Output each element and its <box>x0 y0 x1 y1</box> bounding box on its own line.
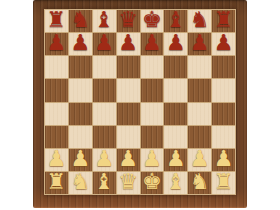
square-d1[interactable]: ♛ <box>117 172 140 194</box>
square-h1[interactable]: ♜ <box>212 172 235 194</box>
square-b6[interactable] <box>69 56 92 78</box>
square-a3[interactable] <box>45 126 68 148</box>
square-e2[interactable]: ♟ <box>141 149 164 171</box>
square-c8[interactable]: ♝ <box>93 10 116 32</box>
piece-white-pawn[interactable]: ♟ <box>47 148 67 170</box>
piece-black-bishop[interactable]: ♝ <box>166 9 186 31</box>
square-g7[interactable]: ♟ <box>188 33 211 55</box>
piece-white-knight[interactable]: ♞ <box>190 171 210 193</box>
square-h6[interactable] <box>212 56 235 78</box>
square-f6[interactable] <box>164 56 187 78</box>
piece-black-king[interactable]: ♚ <box>142 9 162 31</box>
square-b8[interactable]: ♞ <box>69 10 92 32</box>
square-b5[interactable] <box>69 79 92 101</box>
square-f4[interactable] <box>164 103 187 125</box>
square-d3[interactable] <box>117 126 140 148</box>
square-c2[interactable]: ♟ <box>93 149 116 171</box>
square-e5[interactable] <box>141 79 164 101</box>
square-h4[interactable] <box>212 103 235 125</box>
piece-white-queen[interactable]: ♛ <box>118 171 138 193</box>
square-a8[interactable]: ♜ <box>45 10 68 32</box>
square-a4[interactable] <box>45 103 68 125</box>
square-b3[interactable] <box>69 126 92 148</box>
square-f3[interactable] <box>164 126 187 148</box>
square-d5[interactable] <box>117 79 140 101</box>
piece-black-pawn[interactable]: ♟ <box>94 32 114 54</box>
piece-white-knight[interactable]: ♞ <box>70 171 90 193</box>
square-d6[interactable] <box>117 56 140 78</box>
piece-black-knight[interactable]: ♞ <box>70 9 90 31</box>
square-g4[interactable] <box>188 103 211 125</box>
square-d8[interactable]: ♛ <box>117 10 140 32</box>
square-c3[interactable] <box>93 126 116 148</box>
piece-white-pawn[interactable]: ♟ <box>190 148 210 170</box>
piece-black-pawn[interactable]: ♟ <box>118 32 138 54</box>
square-d7[interactable]: ♟ <box>117 33 140 55</box>
square-h5[interactable] <box>212 79 235 101</box>
square-c4[interactable] <box>93 103 116 125</box>
piece-white-pawn[interactable]: ♟ <box>94 148 114 170</box>
square-c5[interactable] <box>93 79 116 101</box>
square-a5[interactable] <box>45 79 68 101</box>
piece-black-knight[interactable]: ♞ <box>190 9 210 31</box>
square-b4[interactable] <box>69 103 92 125</box>
square-e3[interactable] <box>141 126 164 148</box>
square-b7[interactable]: ♟ <box>69 33 92 55</box>
square-h3[interactable] <box>212 126 235 148</box>
square-f1[interactable]: ♝ <box>164 172 187 194</box>
square-e4[interactable] <box>141 103 164 125</box>
piece-white-pawn[interactable]: ♟ <box>70 148 90 170</box>
square-f5[interactable] <box>164 79 187 101</box>
square-h2[interactable]: ♟ <box>212 149 235 171</box>
piece-black-pawn[interactable]: ♟ <box>70 32 90 54</box>
piece-white-pawn[interactable]: ♟ <box>142 148 162 170</box>
square-b2[interactable]: ♟ <box>69 149 92 171</box>
piece-black-pawn[interactable]: ♟ <box>142 32 162 54</box>
piece-white-king[interactable]: ♚ <box>142 171 162 193</box>
square-g8[interactable]: ♞ <box>188 10 211 32</box>
square-e8[interactable]: ♚ <box>141 10 164 32</box>
piece-black-bishop[interactable]: ♝ <box>94 9 114 31</box>
square-f7[interactable]: ♟ <box>164 33 187 55</box>
piece-white-pawn[interactable]: ♟ <box>166 148 186 170</box>
square-h8[interactable]: ♜ <box>212 10 235 32</box>
piece-white-pawn[interactable]: ♟ <box>118 148 138 170</box>
square-b1[interactable]: ♞ <box>69 172 92 194</box>
square-a6[interactable] <box>45 56 68 78</box>
square-e1[interactable]: ♚ <box>141 172 164 194</box>
square-e6[interactable] <box>141 56 164 78</box>
square-f2[interactable]: ♟ <box>164 149 187 171</box>
square-c1[interactable]: ♝ <box>93 172 116 194</box>
piece-black-pawn[interactable]: ♟ <box>47 32 67 54</box>
piece-white-pawn[interactable]: ♟ <box>214 148 234 170</box>
square-g5[interactable] <box>188 79 211 101</box>
piece-white-rook[interactable]: ♜ <box>47 171 67 193</box>
square-c7[interactable]: ♟ <box>93 33 116 55</box>
piece-black-pawn[interactable]: ♟ <box>166 32 186 54</box>
piece-black-pawn[interactable]: ♟ <box>190 32 210 54</box>
chess-board-frame: ♜♞♝♛♚♝♞♜♟♟♟♟♟♟♟♟♟♟♟♟♟♟♟♟♜♞♝♛♚♝♞♜ <box>33 0 247 208</box>
board-grid: ♜♞♝♛♚♝♞♜♟♟♟♟♟♟♟♟♟♟♟♟♟♟♟♟♜♞♝♛♚♝♞♜ <box>44 9 236 195</box>
square-h7[interactable]: ♟ <box>212 33 235 55</box>
square-g1[interactable]: ♞ <box>188 172 211 194</box>
piece-black-rook[interactable]: ♜ <box>214 9 234 31</box>
square-a1[interactable]: ♜ <box>45 172 68 194</box>
piece-white-bishop[interactable]: ♝ <box>166 171 186 193</box>
square-c6[interactable] <box>93 56 116 78</box>
square-d4[interactable] <box>117 103 140 125</box>
square-g6[interactable] <box>188 56 211 78</box>
square-f8[interactable]: ♝ <box>164 10 187 32</box>
piece-white-bishop[interactable]: ♝ <box>94 171 114 193</box>
square-a7[interactable]: ♟ <box>45 33 68 55</box>
square-g2[interactable]: ♟ <box>188 149 211 171</box>
page: ♜♞♝♛♚♝♞♜♟♟♟♟♟♟♟♟♟♟♟♟♟♟♟♟♜♞♝♛♚♝♞♜ <box>0 0 280 210</box>
piece-black-rook[interactable]: ♜ <box>47 9 67 31</box>
piece-black-pawn[interactable]: ♟ <box>214 32 234 54</box>
square-d2[interactable]: ♟ <box>117 149 140 171</box>
square-e7[interactable]: ♟ <box>141 33 164 55</box>
piece-white-rook[interactable]: ♜ <box>214 171 234 193</box>
piece-black-queen[interactable]: ♛ <box>118 9 138 31</box>
square-g3[interactable] <box>188 126 211 148</box>
square-a2[interactable]: ♟ <box>45 149 68 171</box>
